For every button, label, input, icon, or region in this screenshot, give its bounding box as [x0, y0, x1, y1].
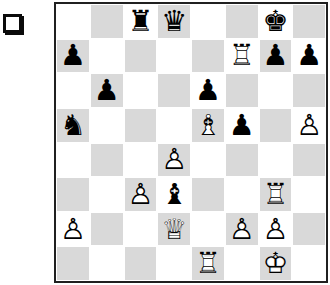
square-c8[interactable]: ♜	[124, 4, 158, 39]
chess-diagram: ♜♛♚♟♜♖♟♟♟♟♞♝♗♟♟♙♟♙♟♙♝♜♖♟♙♛♕♟♙♟♙♜♖♚♔	[0, 0, 330, 285]
white-bishop-e5[interactable]: ♝♗	[191, 108, 225, 143]
square-c1[interactable]	[124, 246, 158, 281]
square-g1[interactable]: ♚♔	[259, 246, 293, 281]
chess-board: ♜♛♚♟♜♖♟♟♟♟♞♝♗♟♟♙♟♙♟♙♝♜♖♟♙♛♕♟♙♟♙♜♖♚♔	[54, 2, 328, 283]
square-h8[interactable]	[292, 4, 326, 39]
white-piece-outline: ♖	[225, 39, 259, 74]
square-f1[interactable]	[225, 246, 259, 281]
square-d5[interactable]	[157, 108, 191, 143]
square-c3[interactable]: ♟♙	[124, 177, 158, 212]
square-g2[interactable]: ♟♙	[259, 212, 293, 247]
white-piece-outline: ♕	[157, 212, 191, 247]
white-queen-d2[interactable]: ♛♕	[157, 212, 191, 247]
square-g8[interactable]: ♚	[259, 4, 293, 39]
square-f7[interactable]: ♜♖	[225, 39, 259, 74]
square-h3[interactable]	[292, 177, 326, 212]
white-pawn-d4[interactable]: ♟♙	[157, 143, 191, 178]
square-c6[interactable]	[124, 73, 158, 108]
white-pawn-c3[interactable]: ♟♙	[124, 177, 158, 212]
square-b5[interactable]	[90, 108, 124, 143]
square-f4[interactable]	[225, 143, 259, 178]
square-b4[interactable]	[90, 143, 124, 178]
black-queen-d8[interactable]: ♛	[157, 4, 191, 39]
white-piece-outline: ♙	[56, 212, 90, 247]
white-to-move-indicator	[3, 14, 22, 33]
square-e3[interactable]	[191, 177, 225, 212]
square-d4[interactable]: ♟♙	[157, 143, 191, 178]
square-a2[interactable]: ♟♙	[56, 212, 90, 247]
white-piece-outline: ♔	[259, 246, 293, 281]
square-b7[interactable]	[90, 39, 124, 74]
square-h6[interactable]	[292, 73, 326, 108]
square-a1[interactable]	[56, 246, 90, 281]
square-c4[interactable]	[124, 143, 158, 178]
white-rook-e1[interactable]: ♜♖	[191, 246, 225, 281]
square-e2[interactable]	[191, 212, 225, 247]
white-piece-outline: ♙	[292, 108, 326, 143]
square-e6[interactable]: ♟	[191, 73, 225, 108]
square-d7[interactable]	[157, 39, 191, 74]
square-a7[interactable]: ♟	[56, 39, 90, 74]
square-c7[interactable]	[124, 39, 158, 74]
white-piece-outline: ♙	[124, 177, 158, 212]
square-a4[interactable]	[56, 143, 90, 178]
square-d2[interactable]: ♛♕	[157, 212, 191, 247]
black-pawn-g7[interactable]: ♟	[259, 39, 293, 74]
square-e7[interactable]	[191, 39, 225, 74]
square-h2[interactable]	[292, 212, 326, 247]
white-piece-outline: ♖	[259, 177, 293, 212]
white-piece-outline: ♙	[225, 212, 259, 247]
square-h1[interactable]	[292, 246, 326, 281]
white-pawn-g2[interactable]: ♟♙	[259, 212, 293, 247]
white-piece-outline: ♖	[191, 246, 225, 281]
square-f2[interactable]: ♟♙	[225, 212, 259, 247]
black-rook-c8[interactable]: ♜	[124, 4, 158, 39]
square-b3[interactable]	[90, 177, 124, 212]
white-pawn-h5[interactable]: ♟♙	[292, 108, 326, 143]
square-e5[interactable]: ♝♗	[191, 108, 225, 143]
square-a3[interactable]	[56, 177, 90, 212]
square-e4[interactable]	[191, 143, 225, 178]
square-d3[interactable]: ♝	[157, 177, 191, 212]
square-a8[interactable]	[56, 4, 90, 39]
white-pawn-f2[interactable]: ♟♙	[225, 212, 259, 247]
square-g6[interactable]	[259, 73, 293, 108]
black-bishop-d3[interactable]: ♝	[157, 177, 191, 212]
black-pawn-a7[interactable]: ♟	[56, 39, 90, 74]
square-e1[interactable]: ♜♖	[191, 246, 225, 281]
square-h7[interactable]: ♟	[292, 39, 326, 74]
black-pawn-f5[interactable]: ♟	[225, 108, 259, 143]
square-f6[interactable]	[225, 73, 259, 108]
square-g3[interactable]: ♜♖	[259, 177, 293, 212]
white-piece-outline: ♙	[157, 143, 191, 178]
square-c2[interactable]	[124, 212, 158, 247]
square-d6[interactable]	[157, 73, 191, 108]
square-e8[interactable]	[191, 4, 225, 39]
black-knight-a5[interactable]: ♞	[56, 108, 90, 143]
square-f8[interactable]	[225, 4, 259, 39]
square-f3[interactable]	[225, 177, 259, 212]
white-king-g1[interactable]: ♚♔	[259, 246, 293, 281]
white-rook-g3[interactable]: ♜♖	[259, 177, 293, 212]
square-a5[interactable]: ♞	[56, 108, 90, 143]
square-d8[interactable]: ♛	[157, 4, 191, 39]
square-b6[interactable]: ♟	[90, 73, 124, 108]
square-h5[interactable]: ♟♙	[292, 108, 326, 143]
square-g5[interactable]	[259, 108, 293, 143]
white-pawn-a2[interactable]: ♟♙	[56, 212, 90, 247]
square-b1[interactable]	[90, 246, 124, 281]
white-piece-outline: ♙	[259, 212, 293, 247]
white-rook-f7[interactable]: ♜♖	[225, 39, 259, 74]
square-b8[interactable]	[90, 4, 124, 39]
square-h4[interactable]	[292, 143, 326, 178]
black-pawn-b6[interactable]: ♟	[90, 73, 124, 108]
black-pawn-h7[interactable]: ♟	[292, 39, 326, 74]
square-a6[interactable]	[56, 73, 90, 108]
square-f5[interactable]: ♟	[225, 108, 259, 143]
square-g4[interactable]	[259, 143, 293, 178]
square-d1[interactable]	[157, 246, 191, 281]
black-king-g8[interactable]: ♚	[259, 4, 293, 39]
white-piece-outline: ♗	[191, 108, 225, 143]
square-c5[interactable]	[124, 108, 158, 143]
square-b2[interactable]	[90, 212, 124, 247]
square-g7[interactable]: ♟	[259, 39, 293, 74]
black-pawn-e6[interactable]: ♟	[191, 73, 225, 108]
